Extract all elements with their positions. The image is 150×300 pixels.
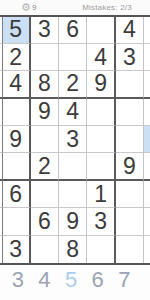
sudoku-cell-r9c5[interactable]: 8 <box>59 236 87 263</box>
sudoku-cell-r8c6[interactable]: 3 <box>87 208 115 235</box>
gear-label: 9 <box>32 3 36 12</box>
sudoku-cell-r8c3[interactable] <box>3 208 31 235</box>
sudoku-cell-r4c4[interactable]: 9 <box>31 99 59 126</box>
sudoku-cell-r6c3[interactable] <box>3 153 31 180</box>
sudoku-cell-r9c4[interactable] <box>31 236 59 263</box>
mistakes-counter: Mistakes: 2/3 <box>77 3 137 12</box>
sudoku-cell-r3c6[interactable]: 9 <box>87 71 115 98</box>
sudoku-cell-r2c6[interactable]: 4 <box>87 44 115 71</box>
sudoku-cell-r8c5[interactable]: 9 <box>59 208 87 235</box>
sudoku-cell-r3c8[interactable] <box>144 71 150 98</box>
sudoku-cell-r5c4[interactable] <box>31 126 59 153</box>
sudoku-cell-r7c4[interactable] <box>31 181 59 208</box>
sudoku-cell-r9c7[interactable] <box>116 236 144 263</box>
numpad-3[interactable]: 3 <box>5 266 32 294</box>
sudoku-cell-r4c7[interactable] <box>116 99 144 126</box>
sudoku-cell-r6c6[interactable] <box>87 153 115 180</box>
sudoku-cell-r9c6[interactable] <box>87 236 115 263</box>
sudoku-cell-r5c6[interactable] <box>87 126 115 153</box>
sudoku-cell-r4c8[interactable] <box>144 99 150 126</box>
sudoku-cell-r3c5[interactable]: 2 <box>59 71 87 98</box>
sudoku-cell-r3c7[interactable] <box>116 71 144 98</box>
numpad-6[interactable]: 6 <box>84 266 111 294</box>
sudoku-cell-r1c8[interactable] <box>144 17 150 44</box>
sudoku-cell-r5c7[interactable] <box>116 126 144 153</box>
sudoku-cell-r2c3[interactable]: 2 <box>3 44 31 71</box>
sudoku-cell-r6c4[interactable]: 2 <box>31 153 59 180</box>
sudoku-cell-r1c6[interactable] <box>87 17 115 44</box>
sudoku-cell-r6c7[interactable]: 9 <box>116 153 144 180</box>
numpad-4[interactable]: 4 <box>31 266 58 294</box>
sudoku-cell-r1c4[interactable]: 3 <box>31 17 59 44</box>
number-pad: 34567 <box>5 266 138 294</box>
sudoku-cell-r1c5[interactable]: 6 <box>59 17 87 44</box>
settings-group[interactable]: ⚙ 9 <box>21 1 36 14</box>
sudoku-cell-r7c5[interactable] <box>59 181 87 208</box>
sudoku-cell-r6c5[interactable] <box>59 153 87 180</box>
sudoku-cell-r9c3[interactable]: 3 <box>3 236 31 263</box>
sudoku-cell-r4c3[interactable] <box>3 99 31 126</box>
sudoku-cell-r3c3[interactable]: 4 <box>3 71 31 98</box>
sudoku-cell-r4c6[interactable] <box>87 99 115 126</box>
sudoku-cell-r2c7[interactable]: 3 <box>116 44 144 71</box>
sudoku-cell-r4c5[interactable]: 4 <box>59 99 87 126</box>
sudoku-cell-r7c8[interactable] <box>144 181 150 208</box>
sudoku-cell-r2c8[interactable] <box>144 44 150 71</box>
sudoku-cell-r7c7[interactable] <box>116 181 144 208</box>
sudoku-cell-r2c4[interactable] <box>31 44 59 71</box>
sudoku-cell-r7c3[interactable]: 6 <box>3 181 31 208</box>
sudoku-cell-r9c8[interactable] <box>144 236 150 263</box>
sudoku-cell-r7c6[interactable]: 1 <box>87 181 115 208</box>
sudoku-cell-r8c8[interactable] <box>144 208 150 235</box>
sudoku-cell-r2c5[interactable] <box>59 44 87 71</box>
sudoku-cell-r8c4[interactable]: 6 <box>31 208 59 235</box>
sudoku-cell-r1c3[interactable]: 5 <box>3 17 31 44</box>
sudoku-board: 536424348299493296169338 <box>0 15 150 266</box>
sudoku-cell-r1c7[interactable]: 4 <box>116 17 144 44</box>
gear-icon[interactable]: ⚙ <box>21 1 31 14</box>
sudoku-cell-r8c7[interactable] <box>116 208 144 235</box>
sudoku-cell-r5c8[interactable] <box>144 126 150 153</box>
sudoku-cell-r5c3[interactable]: 9 <box>3 126 31 153</box>
sudoku-cell-r5c5[interactable]: 3 <box>59 126 87 153</box>
sudoku-cell-r3c4[interactable]: 8 <box>31 71 59 98</box>
sudoku-cell-r6c8[interactable] <box>144 153 150 180</box>
numpad-7[interactable]: 7 <box>111 266 138 294</box>
numpad-5[interactable]: 5 <box>58 266 85 294</box>
